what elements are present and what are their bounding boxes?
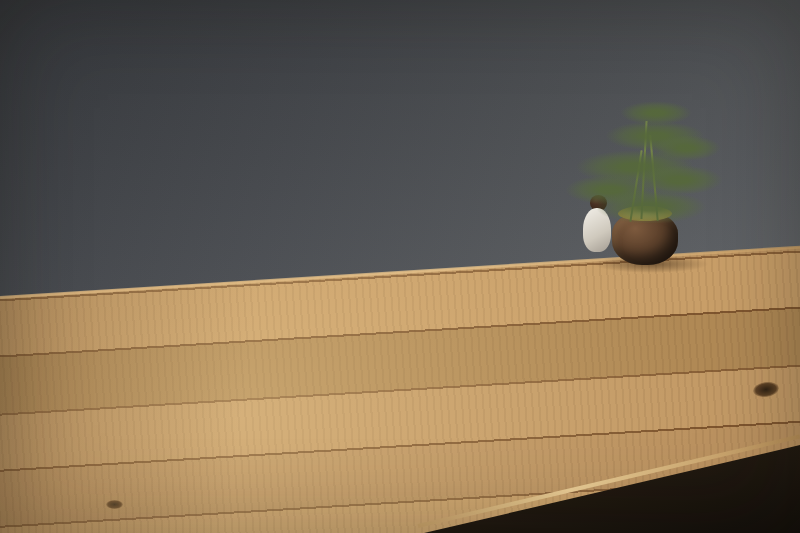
bonsai-plant — [565, 95, 727, 283]
fern-frond — [651, 135, 721, 161]
fern-frond — [595, 190, 707, 224]
photo-stage: 楚河 漢界 車馬象士將士象馬車砲砲卒卒卒卒卒兵兵兵兵兵炮炮車馬相仕帥仕相馬車 — [0, 0, 800, 533]
fern-frond — [620, 101, 692, 125]
wood-knot-icon — [106, 500, 123, 509]
